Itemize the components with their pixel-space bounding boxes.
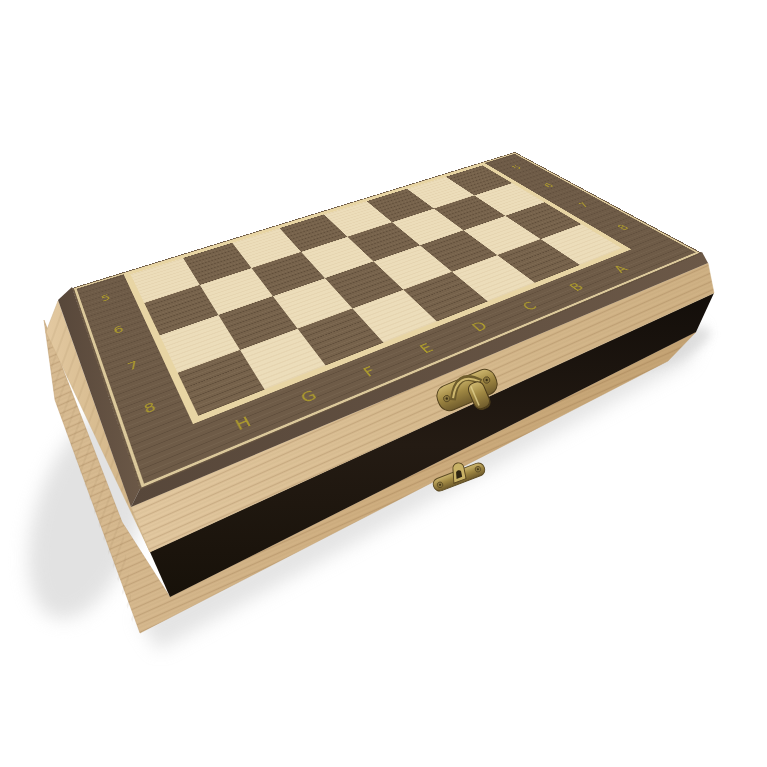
product-photo-chess-box: HGFEDCBA56785678 bbox=[0, 0, 767, 767]
